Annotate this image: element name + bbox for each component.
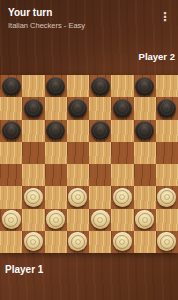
square-r0c7[interactable] — [156, 75, 178, 97]
square-r6c1[interactable] — [22, 209, 44, 231]
black-man-piece[interactable] — [157, 99, 176, 118]
square-r6c7[interactable] — [156, 209, 178, 231]
square-r5c4[interactable] — [89, 186, 111, 208]
black-man-piece[interactable] — [68, 99, 87, 118]
square-r4c0[interactable] — [0, 164, 22, 186]
square-r3c1[interactable] — [22, 142, 44, 164]
square-r5c2[interactable] — [45, 186, 67, 208]
square-r2c2[interactable] — [45, 120, 67, 142]
square-r3c7[interactable] — [156, 142, 178, 164]
square-r0c5[interactable] — [111, 75, 133, 97]
black-man-piece[interactable] — [24, 99, 43, 118]
square-r7c7[interactable] — [156, 231, 178, 253]
square-r0c1[interactable] — [22, 75, 44, 97]
square-r4c4[interactable] — [89, 164, 111, 186]
black-man-piece[interactable] — [46, 121, 65, 140]
white-man-piece[interactable] — [157, 188, 176, 207]
square-r0c2[interactable] — [45, 75, 67, 97]
square-r2c0[interactable] — [0, 120, 22, 142]
white-man-piece[interactable] — [2, 210, 21, 229]
square-r2c7[interactable] — [156, 120, 178, 142]
player2-label: Player 2 — [139, 51, 175, 62]
square-r7c4[interactable] — [89, 231, 111, 253]
turn-status: Your turn — [8, 7, 85, 19]
white-man-piece[interactable] — [24, 232, 43, 251]
white-man-piece[interactable] — [68, 232, 87, 251]
white-man-piece[interactable] — [113, 232, 132, 251]
square-r6c3[interactable] — [67, 209, 89, 231]
square-r3c0[interactable] — [0, 142, 22, 164]
black-man-piece[interactable] — [135, 77, 154, 96]
square-r0c4[interactable] — [89, 75, 111, 97]
square-r1c3[interactable] — [67, 97, 89, 119]
square-r1c6[interactable] — [134, 97, 156, 119]
square-r0c0[interactable] — [0, 75, 22, 97]
square-r6c0[interactable] — [0, 209, 22, 231]
square-r6c5[interactable] — [111, 209, 133, 231]
square-r2c1[interactable] — [22, 120, 44, 142]
square-r6c2[interactable] — [45, 209, 67, 231]
square-r2c5[interactable] — [111, 120, 133, 142]
square-r2c4[interactable] — [89, 120, 111, 142]
square-r5c1[interactable] — [22, 186, 44, 208]
player1-label: Player 1 — [5, 264, 43, 275]
square-r6c4[interactable] — [89, 209, 111, 231]
square-r5c5[interactable] — [111, 186, 133, 208]
white-man-piece[interactable] — [24, 188, 43, 207]
black-man-piece[interactable] — [2, 77, 21, 96]
square-r5c3[interactable] — [67, 186, 89, 208]
square-r7c5[interactable] — [111, 231, 133, 253]
square-r3c4[interactable] — [89, 142, 111, 164]
square-r1c5[interactable] — [111, 97, 133, 119]
square-r5c0[interactable] — [0, 186, 22, 208]
square-r7c3[interactable] — [67, 231, 89, 253]
square-r7c1[interactable] — [22, 231, 44, 253]
square-r3c2[interactable] — [45, 142, 67, 164]
black-man-piece[interactable] — [2, 121, 21, 140]
square-r4c7[interactable] — [156, 164, 178, 186]
square-r3c5[interactable] — [111, 142, 133, 164]
square-r3c3[interactable] — [67, 142, 89, 164]
square-r5c6[interactable] — [134, 186, 156, 208]
square-r4c6[interactable] — [134, 164, 156, 186]
overflow-menu-icon[interactable]: ⋮ — [159, 11, 171, 23]
black-man-piece[interactable] — [135, 121, 154, 140]
square-r1c1[interactable] — [22, 97, 44, 119]
white-man-piece[interactable] — [91, 210, 110, 229]
black-man-piece[interactable] — [46, 77, 65, 96]
square-r2c3[interactable] — [67, 120, 89, 142]
white-man-piece[interactable] — [113, 188, 132, 207]
white-man-piece[interactable] — [135, 210, 154, 229]
square-r1c4[interactable] — [89, 97, 111, 119]
square-r7c0[interactable] — [0, 231, 22, 253]
square-r4c3[interactable] — [67, 164, 89, 186]
square-r7c2[interactable] — [45, 231, 67, 253]
black-man-piece[interactable] — [91, 121, 110, 140]
square-r7c6[interactable] — [134, 231, 156, 253]
game-mode-label: Italian Checkers - Easy — [8, 21, 85, 30]
header: Your turn Italian Checkers - Easy — [8, 7, 85, 30]
square-r1c2[interactable] — [45, 97, 67, 119]
black-man-piece[interactable] — [113, 99, 132, 118]
square-r6c6[interactable] — [134, 209, 156, 231]
game-screen: Your turn Italian Checkers - Easy ⋮ Play… — [0, 0, 178, 300]
square-r0c6[interactable] — [134, 75, 156, 97]
white-man-piece[interactable] — [46, 210, 65, 229]
white-man-piece[interactable] — [68, 188, 87, 207]
square-r2c6[interactable] — [134, 120, 156, 142]
square-r3c6[interactable] — [134, 142, 156, 164]
square-r4c1[interactable] — [22, 164, 44, 186]
checkers-board[interactable] — [0, 75, 178, 253]
square-r1c7[interactable] — [156, 97, 178, 119]
square-r5c7[interactable] — [156, 186, 178, 208]
white-man-piece[interactable] — [157, 232, 176, 251]
square-r0c3[interactable] — [67, 75, 89, 97]
square-r4c5[interactable] — [111, 164, 133, 186]
black-man-piece[interactable] — [91, 77, 110, 96]
square-r1c0[interactable] — [0, 97, 22, 119]
square-r4c2[interactable] — [45, 164, 67, 186]
